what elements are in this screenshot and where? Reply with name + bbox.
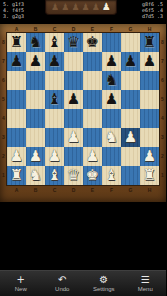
piece-white-rook: ♜ — [140, 166, 159, 185]
coordinate-label: 1 — [159, 166, 166, 185]
piece-black-king: ♚ — [83, 33, 102, 52]
coordinate-label: 8 — [0, 33, 7, 52]
new-game-label: New — [15, 286, 27, 293]
piece-white-pawn: ♟ — [83, 147, 102, 166]
coordinate-label: 4 — [159, 109, 166, 128]
square-d4[interactable] — [64, 109, 83, 128]
square-h3[interactable] — [140, 128, 159, 147]
rank-labels-left: 87654321 — [0, 33, 7, 185]
tray-ghost-piece-icon: ♟ — [61, 3, 69, 12]
square-e1[interactable]: ♚ — [83, 166, 102, 185]
square-g4[interactable] — [121, 109, 140, 128]
square-e2[interactable]: ♟ — [83, 147, 102, 166]
piece-black-pawn: ♟ — [45, 52, 64, 71]
coordinate-label: C — [45, 25, 64, 33]
piece-black-pawn: ♟ — [140, 52, 159, 71]
piece-white-pawn: ♟ — [64, 128, 83, 147]
square-c6[interactable] — [45, 71, 64, 90]
tray-ghost-piece-icon: ♟ — [82, 3, 90, 12]
square-b3[interactable] — [26, 128, 45, 147]
undo-arrow-icon: ↶ — [58, 274, 66, 285]
square-g3[interactable]: ♟ — [121, 128, 140, 147]
captured-pieces-tray: ♟♟♟♟♟♟ — [45, 0, 117, 15]
square-d7[interactable] — [64, 52, 83, 71]
coordinate-label: 3 — [0, 128, 7, 147]
coordinate-label: F — [102, 25, 121, 33]
coordinate-label: 6 — [0, 71, 7, 90]
coordinate-label: 4 — [0, 109, 7, 128]
square-c4[interactable] — [45, 109, 64, 128]
coordinate-label: D — [64, 25, 83, 33]
square-h2[interactable]: ♟ — [140, 147, 159, 166]
square-f7[interactable]: ♟ — [102, 52, 121, 71]
piece-black-rook: ♜ — [140, 33, 159, 52]
square-c5[interactable]: ♝ — [45, 90, 64, 109]
coordinate-label: 3 — [159, 128, 166, 147]
piece-black-bishop: ♝ — [45, 33, 64, 52]
square-d5[interactable]: ♟ — [64, 90, 83, 109]
square-a7[interactable]: ♟ — [7, 52, 26, 71]
menu-icon: ☰ — [141, 274, 150, 285]
square-e5[interactable] — [83, 90, 102, 109]
piece-white-pawn: ♟ — [7, 147, 26, 166]
gear-icon: ⚙ — [99, 274, 108, 285]
coordinate-label: C — [45, 186, 64, 194]
board-frame: ABCDEFGH ABCDEFGH 87654321 87654321 ♜♞♝♛… — [0, 24, 166, 202]
piece-black-rook: ♜ — [7, 33, 26, 52]
menu-label: Menu — [138, 286, 153, 293]
coordinate-label: A — [7, 25, 26, 33]
square-a6[interactable] — [7, 71, 26, 90]
piece-white-knight: ♞ — [102, 128, 121, 147]
coordinate-label: H — [140, 25, 159, 33]
square-h8[interactable]: ♜ — [140, 33, 159, 52]
piece-white-king: ♚ — [83, 166, 102, 185]
square-e8[interactable]: ♚ — [83, 33, 102, 52]
square-c7[interactable]: ♟ — [45, 52, 64, 71]
piece-black-pawn: ♟ — [64, 90, 83, 109]
square-e6[interactable] — [83, 71, 102, 90]
undo-button[interactable]: ↶ Undo — [42, 271, 84, 296]
piece-white-pawn: ♟ — [45, 147, 64, 166]
settings-label: Settings — [93, 286, 115, 293]
piece-black-queen: ♛ — [64, 33, 83, 52]
square-e3[interactable] — [83, 128, 102, 147]
new-game-icon: + — [17, 274, 25, 285]
square-b8[interactable]: ♞ — [26, 33, 45, 52]
new-game-button[interactable]: + New — [0, 271, 42, 296]
square-c1[interactable]: ♝ — [45, 166, 64, 185]
chess-app: 5. g1f3 4. f4f5 3. g2g3 g8f6 .5 e6f5 .4 … — [0, 0, 166, 296]
piece-black-pawn: ♟ — [26, 52, 45, 71]
piece-black-pawn: ♟ — [102, 52, 121, 71]
square-c8[interactable]: ♝ — [45, 33, 64, 52]
square-f1[interactable]: ♝ — [102, 166, 121, 185]
square-b4[interactable] — [26, 109, 45, 128]
square-b5[interactable] — [26, 90, 45, 109]
coordinate-label: F — [102, 186, 121, 194]
coordinate-label: 7 — [0, 52, 7, 71]
menu-button[interactable]: ☰ Menu — [125, 271, 167, 296]
file-labels-top: ABCDEFGH — [7, 25, 159, 33]
move-entry: d7d5 .3 — [142, 13, 163, 19]
square-g2[interactable] — [121, 147, 140, 166]
square-c2[interactable]: ♟ — [45, 147, 64, 166]
square-a5[interactable] — [7, 90, 26, 109]
coordinate-label: B — [26, 25, 45, 33]
coordinate-label: E — [83, 186, 102, 194]
coordinate-label: D — [64, 186, 83, 194]
coordinate-label: 5 — [159, 90, 166, 109]
move-list-bar: 5. g1f3 4. f4f5 3. g2g3 g8f6 .5 e6f5 .4 … — [0, 0, 166, 24]
square-b7[interactable]: ♟ — [26, 52, 45, 71]
square-f2[interactable] — [102, 147, 121, 166]
square-e7[interactable] — [83, 52, 102, 71]
square-a4[interactable] — [7, 109, 26, 128]
square-h1[interactable]: ♜ — [140, 166, 159, 185]
square-d8[interactable]: ♛ — [64, 33, 83, 52]
square-a8[interactable]: ♜ — [7, 33, 26, 52]
coordinate-label: 7 — [159, 52, 166, 71]
coordinate-label: B — [26, 186, 45, 194]
captured-white-pawn-icon: ♟ — [102, 2, 111, 12]
piece-black-knight: ♞ — [102, 71, 121, 90]
piece-white-pawn: ♟ — [140, 147, 159, 166]
tray-ghost-piece-icon: ♟ — [51, 3, 59, 12]
coordinate-label: G — [121, 186, 140, 194]
piece-black-pawn: ♟ — [7, 52, 26, 71]
piece-black-pawn: ♟ — [102, 90, 121, 109]
undo-label: Undo — [55, 286, 69, 293]
square-a3[interactable] — [7, 128, 26, 147]
coordinate-label: 6 — [159, 71, 166, 90]
square-d1[interactable]: ♛ — [64, 166, 83, 185]
square-d3[interactable]: ♟ — [64, 128, 83, 147]
move-entry: 3. g2g3 — [3, 13, 24, 19]
piece-white-bishop: ♝ — [45, 166, 64, 185]
square-b1[interactable]: ♞ — [26, 166, 45, 185]
coordinate-label: H — [140, 186, 159, 194]
coordinate-label: G — [121, 25, 140, 33]
coordinate-label: 2 — [0, 147, 7, 166]
board[interactable]: ♜♞♝♛♚♜♟♟♟♟♟♟♞♝♟♟♟♞♟♟♟♟♟♟♜♞♝♛♚♝♜ — [7, 33, 159, 185]
piece-white-queen: ♛ — [64, 166, 83, 185]
square-f3[interactable]: ♞ — [102, 128, 121, 147]
square-g6[interactable] — [121, 71, 140, 90]
square-h5[interactable] — [140, 90, 159, 109]
square-d6[interactable] — [64, 71, 83, 90]
rank-labels-right: 87654321 — [159, 33, 166, 185]
move-list-black: g8f6 .5 e6f5 .4 d7d5 .3 — [142, 1, 163, 19]
coordinate-label: 8 — [159, 33, 166, 52]
move-list-white: 5. g1f3 4. f4f5 3. g2g3 — [3, 1, 24, 19]
square-f5[interactable]: ♟ — [102, 90, 121, 109]
coordinate-label: 5 — [0, 90, 7, 109]
square-h4[interactable] — [140, 109, 159, 128]
square-a1[interactable]: ♜ — [7, 166, 26, 185]
square-e4[interactable] — [83, 109, 102, 128]
tray-ghost-piece-icon: ♟ — [92, 3, 100, 12]
coordinate-label: 2 — [159, 147, 166, 166]
square-h6[interactable] — [140, 71, 159, 90]
square-g1[interactable] — [121, 166, 140, 185]
piece-white-pawn: ♟ — [26, 147, 45, 166]
square-f8[interactable] — [102, 33, 121, 52]
coordinate-label: A — [7, 186, 26, 194]
square-g8[interactable] — [121, 33, 140, 52]
bottom-toolbar: + New ↶ Undo ⚙ Settings ☰ Menu — [0, 270, 166, 296]
piece-white-knight: ♞ — [26, 166, 45, 185]
square-h7[interactable]: ♟ — [140, 52, 159, 71]
coordinate-label: 1 — [0, 166, 7, 185]
piece-white-pawn: ♟ — [121, 128, 140, 147]
square-g7[interactable]: ♟ — [121, 52, 140, 71]
piece-black-bishop: ♝ — [45, 90, 64, 109]
piece-black-pawn: ♟ — [121, 52, 140, 71]
tray-ghost-piece-icon: ♟ — [71, 3, 79, 12]
square-c3[interactable] — [45, 128, 64, 147]
square-g5[interactable] — [121, 90, 140, 109]
square-f6[interactable]: ♞ — [102, 71, 121, 90]
settings-button[interactable]: ⚙ Settings — [83, 271, 125, 296]
file-labels-bottom: ABCDEFGH — [7, 186, 159, 194]
square-b6[interactable] — [26, 71, 45, 90]
square-d2[interactable] — [64, 147, 83, 166]
piece-white-rook: ♜ — [7, 166, 26, 185]
coordinate-label: E — [83, 25, 102, 33]
piece-white-bishop: ♝ — [102, 166, 121, 185]
square-a2[interactable]: ♟ — [7, 147, 26, 166]
square-b2[interactable]: ♟ — [26, 147, 45, 166]
piece-black-knight: ♞ — [26, 33, 45, 52]
square-f4[interactable] — [102, 109, 121, 128]
